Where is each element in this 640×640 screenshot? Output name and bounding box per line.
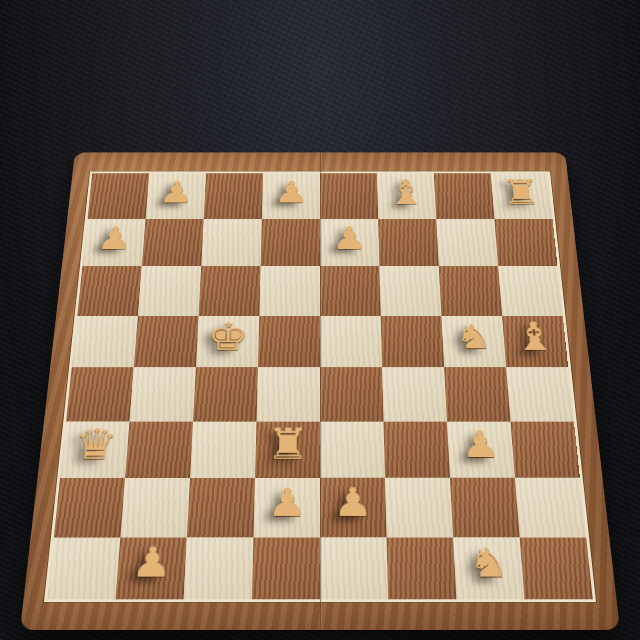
square-d5[interactable]	[258, 316, 320, 368]
square-a7[interactable]: ♟	[82, 219, 145, 266]
white-bishop-f8[interactable]: ♝	[386, 175, 426, 209]
white-pawn-b8[interactable]: ♟	[158, 177, 194, 207]
square-h2[interactable]	[515, 478, 586, 537]
photo-background: ♟♟♝♜♟♟♚♞♝♛♜♟♟♟♟♞	[0, 0, 640, 640]
square-f7[interactable]	[378, 219, 439, 266]
square-f8[interactable]: ♝	[377, 173, 436, 218]
square-e6[interactable]	[320, 266, 381, 315]
white-knight-g1[interactable]: ♞	[467, 542, 510, 583]
white-pawn-b1[interactable]: ♟	[130, 542, 173, 583]
square-a2[interactable]	[54, 478, 125, 537]
square-d7[interactable]	[261, 219, 320, 266]
square-g5[interactable]: ♞	[441, 316, 506, 368]
square-b4[interactable]	[130, 367, 196, 421]
square-g4[interactable]	[444, 367, 510, 421]
white-rook-d3[interactable]: ♜	[266, 423, 310, 465]
square-g8[interactable]	[434, 173, 495, 218]
square-b8[interactable]: ♟	[146, 173, 207, 218]
square-e5[interactable]	[320, 316, 382, 368]
square-a1[interactable]	[47, 537, 120, 599]
square-c5[interactable]: ♚	[196, 316, 259, 368]
white-bishop-h5[interactable]: ♝	[512, 318, 557, 356]
square-d6[interactable]	[259, 266, 320, 315]
board-frame: ♟♟♝♜♟♟♚♞♝♛♜♟♟♟♟♞	[20, 152, 620, 630]
square-a6[interactable]	[77, 266, 142, 315]
board: ♟♟♝♜♟♟♚♞♝♛♜♟♟♟♟♞	[47, 173, 593, 599]
square-b6[interactable]	[138, 266, 201, 315]
square-g2[interactable]	[450, 478, 520, 537]
square-a8[interactable]	[87, 173, 149, 218]
square-e1[interactable]	[320, 537, 388, 599]
white-pawn-e7[interactable]: ♟	[332, 223, 367, 254]
square-c6[interactable]	[199, 266, 261, 315]
square-f1[interactable]	[387, 537, 457, 599]
square-h8[interactable]: ♜	[491, 173, 553, 218]
square-f5[interactable]	[381, 316, 444, 368]
square-h3[interactable]	[510, 421, 579, 478]
square-d3[interactable]: ♜	[255, 421, 320, 478]
square-b2[interactable]	[120, 478, 190, 537]
white-queen-a3[interactable]: ♛	[72, 423, 119, 465]
square-c2[interactable]	[187, 478, 255, 537]
square-c1[interactable]	[184, 537, 254, 599]
white-pawn-d2[interactable]: ♟	[267, 483, 307, 522]
white-knight-g5[interactable]: ♞	[454, 320, 493, 354]
square-g3[interactable]: ♟	[447, 421, 515, 478]
square-e7[interactable]: ♟	[320, 219, 379, 266]
board-perspective-wrapper: ♟♟♝♜♟♟♚♞♝♛♜♟♟♟♟♞	[20, 152, 620, 630]
square-h1[interactable]	[520, 537, 593, 599]
square-g6[interactable]	[439, 266, 502, 315]
white-pawn-e2[interactable]: ♟	[333, 483, 373, 522]
square-h4[interactable]	[506, 367, 574, 421]
square-c4[interactable]	[193, 367, 258, 421]
square-c3[interactable]	[190, 421, 256, 478]
white-rook-h8[interactable]: ♜	[500, 175, 542, 209]
square-g1[interactable]: ♞	[453, 537, 524, 599]
white-king-c5[interactable]: ♚	[206, 318, 249, 356]
square-d2[interactable]: ♟	[253, 478, 320, 537]
white-pawn-d8[interactable]: ♟	[274, 177, 309, 207]
square-b3[interactable]	[125, 421, 193, 478]
square-a5[interactable]	[72, 316, 138, 368]
white-pawn-g3[interactable]: ♟	[460, 426, 501, 463]
square-f6[interactable]	[379, 266, 441, 315]
square-b5[interactable]	[134, 316, 199, 368]
square-c8[interactable]	[204, 173, 263, 218]
square-a3[interactable]: ♛	[60, 421, 129, 478]
square-d4[interactable]	[257, 367, 320, 421]
square-d1[interactable]	[252, 537, 320, 599]
white-pawn-a7[interactable]: ♟	[96, 223, 134, 254]
square-f2[interactable]	[385, 478, 453, 537]
square-c7[interactable]	[201, 219, 262, 266]
square-h7[interactable]	[494, 219, 557, 266]
square-h5[interactable]: ♝	[502, 316, 568, 368]
square-e4[interactable]	[320, 367, 383, 421]
board-border-line: ♟♟♝♜♟♟♚♞♝♛♜♟♟♟♟♞	[44, 171, 596, 602]
square-h6[interactable]	[498, 266, 563, 315]
square-g7[interactable]	[436, 219, 498, 266]
square-f3[interactable]	[383, 421, 449, 478]
square-e3[interactable]	[320, 421, 385, 478]
square-b7[interactable]	[142, 219, 204, 266]
square-b1[interactable]: ♟	[115, 537, 186, 599]
square-f4[interactable]	[382, 367, 447, 421]
square-a4[interactable]	[66, 367, 134, 421]
square-e8[interactable]	[320, 173, 378, 218]
square-d8[interactable]: ♟	[262, 173, 320, 218]
square-e2[interactable]: ♟	[320, 478, 387, 537]
